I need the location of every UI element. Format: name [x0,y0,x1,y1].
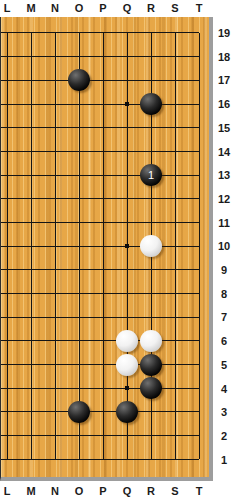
board-point-N3[interactable] [43,400,67,424]
board-point-S12[interactable] [163,187,187,211]
board-point-P12[interactable] [91,187,115,211]
board-point-N16[interactable] [43,92,67,116]
row-label-8: 8 [212,286,236,302]
board-point-N2[interactable] [43,424,67,448]
column-label-P-top: P [99,2,106,15]
board-point-O12[interactable] [67,187,91,211]
board-point-P13[interactable] [91,163,115,187]
board-point-N18[interactable] [43,45,67,69]
board-point-Q11[interactable] [115,211,139,235]
board-point-L18[interactable] [0,45,19,69]
board-point-L2[interactable] [0,424,19,448]
board-point-L11[interactable] [0,211,19,235]
board-point-P14[interactable] [91,140,115,164]
board-point-N4[interactable] [43,376,67,400]
board-point-R12[interactable] [139,187,163,211]
board-point-N17[interactable] [43,69,67,93]
row-label-11: 11 [212,215,236,231]
board-point-R9[interactable] [139,258,163,282]
board-point-T17[interactable] [187,69,211,93]
board-point-R1[interactable] [139,448,163,472]
board-point-Q7[interactable] [115,305,139,329]
board-point-Q15[interactable] [115,116,139,140]
column-label-Q-top: Q [123,2,132,15]
board-point-N15[interactable] [43,116,67,140]
board-point-Q12[interactable] [115,187,139,211]
board-point-M8[interactable] [19,282,43,306]
board-point-O14[interactable] [67,140,91,164]
board-point-L6[interactable] [0,329,19,353]
board-point-N10[interactable] [43,234,67,258]
board-point-Q14[interactable] [115,140,139,164]
board-point-T4[interactable] [187,376,211,400]
row-label-7: 7 [212,309,236,325]
row-label-2: 2 [212,428,236,444]
column-label-O-bottom: O [75,485,84,498]
board-point-Q1[interactable] [115,448,139,472]
column-label-S-bottom: S [171,485,178,498]
board-point-N1[interactable] [43,448,67,472]
board-point-Q17[interactable] [115,69,139,93]
board-point-M9[interactable] [19,258,43,282]
row-label-3: 3 [212,404,236,420]
move-number-label: 1 [148,170,154,181]
board-point-M12[interactable] [19,187,43,211]
board-point-L9[interactable] [0,258,19,282]
board-point-P1[interactable] [91,448,115,472]
board-grid: 1 [0,21,211,471]
go-board[interactable]: 1 [0,17,213,481]
board-point-O15[interactable] [67,116,91,140]
board-point-L19[interactable] [0,21,19,45]
board-point-T13[interactable] [187,163,211,187]
board-point-P16[interactable] [91,92,115,116]
board-point-N8[interactable] [43,282,67,306]
board-point-R17[interactable] [139,69,163,93]
board-point-N9[interactable] [43,258,67,282]
column-label-T-bottom: T [196,485,203,498]
board-point-M4[interactable] [19,376,43,400]
board-point-S5[interactable] [163,353,187,377]
board-point-N14[interactable] [43,140,67,164]
board-point-T15[interactable] [187,116,211,140]
board-point-N11[interactable] [43,211,67,235]
board-point-O8[interactable] [67,282,91,306]
board-point-P6[interactable] [91,329,115,353]
board-point-P9[interactable] [91,258,115,282]
board-point-S15[interactable] [163,116,187,140]
board-point-M6[interactable] [19,329,43,353]
column-label-Q-bottom: Q [123,485,132,498]
row-labels-right: 19181716151413121110987654321 [212,0,236,500]
board-point-S10[interactable] [163,234,187,258]
go-board-panel: LMNOPQRST 1 1918171615141312111098765432… [0,0,236,500]
board-point-O18[interactable] [67,45,91,69]
column-label-S-top: S [171,2,178,15]
column-labels-top: LMNOPQRST [0,0,236,17]
board-point-L8[interactable] [0,282,19,306]
board-point-L4[interactable] [0,376,19,400]
board-point-R2[interactable] [139,424,163,448]
board-point-P10[interactable] [91,234,115,258]
board-point-L15[interactable] [0,116,19,140]
board-point-M13[interactable] [19,163,43,187]
board-point-T18[interactable] [187,45,211,69]
board-point-Q13[interactable] [115,163,139,187]
column-label-L-bottom: L [4,485,11,498]
board-point-M15[interactable] [19,116,43,140]
board-point-P3[interactable] [91,400,115,424]
board-point-R19[interactable] [139,21,163,45]
board-point-T10[interactable] [187,234,211,258]
column-label-O-top: O [75,2,84,15]
column-label-N-top: N [51,2,59,15]
row-label-14: 14 [212,144,236,160]
board-point-S6[interactable] [163,329,187,353]
row-label-9: 9 [212,262,236,278]
board-point-M11[interactable] [19,211,43,235]
board-point-S17[interactable] [163,69,187,93]
board-point-R3[interactable] [139,400,163,424]
board-point-P5[interactable] [91,353,115,377]
board-point-R14[interactable] [139,140,163,164]
board-point-L13[interactable] [0,163,19,187]
board-point-P2[interactable] [91,424,115,448]
black-stone-R16 [140,93,162,115]
board-point-R7[interactable] [139,305,163,329]
board-point-P8[interactable] [91,282,115,306]
board-point-O1[interactable] [67,448,91,472]
board-point-M19[interactable] [19,21,43,45]
black-stone-R5 [140,354,162,376]
board-point-L14[interactable] [0,140,19,164]
board-point-L5[interactable] [0,353,19,377]
board-point-N7[interactable] [43,305,67,329]
column-label-M-top: M [26,2,35,15]
row-label-6: 6 [212,333,236,349]
row-label-12: 12 [212,191,236,207]
column-label-P-bottom: P [99,485,106,498]
board-point-Q2[interactable] [115,424,139,448]
board-point-T16[interactable] [187,92,211,116]
board-point-O10[interactable] [67,234,91,258]
board-point-P7[interactable] [91,305,115,329]
board-point-R8[interactable] [139,282,163,306]
row-label-10: 10 [212,238,236,254]
board-point-M17[interactable] [19,69,43,93]
board-point-S3[interactable] [163,400,187,424]
board-point-L16[interactable] [0,92,19,116]
board-point-S16[interactable] [163,92,187,116]
board-point-T11[interactable] [187,211,211,235]
board-point-S4[interactable] [163,376,187,400]
board-point-S14[interactable] [163,140,187,164]
row-label-19: 19 [212,25,236,41]
board-point-M7[interactable] [19,305,43,329]
board-point-P19[interactable] [91,21,115,45]
board-point-T7[interactable] [187,305,211,329]
board-point-O6[interactable] [67,329,91,353]
board-point-T19[interactable] [187,21,211,45]
board-point-O9[interactable] [67,258,91,282]
board-point-N12[interactable] [43,187,67,211]
board-point-Q18[interactable] [115,45,139,69]
board-point-L7[interactable] [0,305,19,329]
column-labels-bottom: LMNOPQRST [0,481,236,500]
column-label-T-top: T [196,2,203,15]
board-point-S2[interactable] [163,424,187,448]
board-point-N5[interactable] [43,353,67,377]
star-point-Q4 [125,386,129,390]
board-point-S18[interactable] [163,45,187,69]
board-point-O5[interactable] [67,353,91,377]
column-label-R-top: R [147,2,155,15]
column-label-L-top: L [4,2,11,15]
board-point-O13[interactable] [67,163,91,187]
board-point-Q8[interactable] [115,282,139,306]
board-point-T3[interactable] [187,400,211,424]
column-label-M-bottom: M [26,485,35,498]
board-point-N13[interactable] [43,163,67,187]
board-point-T2[interactable] [187,424,211,448]
star-point-Q10 [125,244,129,248]
board-point-M3[interactable] [19,400,43,424]
board-point-S19[interactable] [163,21,187,45]
board-point-S13[interactable] [163,163,187,187]
white-stone-R6 [140,330,162,352]
row-label-18: 18 [212,49,236,65]
board-point-P18[interactable] [91,45,115,69]
board-point-M1[interactable] [19,448,43,472]
row-label-1: 1 [212,452,236,468]
board-point-P11[interactable] [91,211,115,235]
white-stone-Q6 [116,330,138,352]
board-point-R18[interactable] [139,45,163,69]
board-point-L17[interactable] [0,69,19,93]
board-point-T6[interactable] [187,329,211,353]
board-point-N6[interactable] [43,329,67,353]
board-point-S9[interactable] [163,258,187,282]
black-stone-Q3 [116,401,138,423]
board-point-L1[interactable] [0,448,19,472]
board-point-T5[interactable] [187,353,211,377]
row-label-15: 15 [212,120,236,136]
board-point-T14[interactable] [187,140,211,164]
board-point-M14[interactable] [19,140,43,164]
board-point-T8[interactable] [187,282,211,306]
board-point-T12[interactable] [187,187,211,211]
board-point-O11[interactable] [67,211,91,235]
row-label-5: 5 [212,357,236,373]
white-stone-Q5 [116,354,138,376]
board-point-O2[interactable] [67,424,91,448]
row-label-16: 16 [212,96,236,112]
black-stone-O3 [68,401,90,423]
row-label-17: 17 [212,72,236,88]
board-point-T9[interactable] [187,258,211,282]
board-point-M10[interactable] [19,234,43,258]
board-point-M18[interactable] [19,45,43,69]
board-point-O16[interactable] [67,92,91,116]
board-point-S11[interactable] [163,211,187,235]
board-point-T1[interactable] [187,448,211,472]
board-point-S1[interactable] [163,448,187,472]
board-point-R15[interactable] [139,116,163,140]
star-point-Q16 [125,102,129,106]
board-point-P17[interactable] [91,69,115,93]
board-point-O7[interactable] [67,305,91,329]
row-label-4: 4 [212,381,236,397]
board-point-M5[interactable] [19,353,43,377]
board-point-S8[interactable] [163,282,187,306]
column-label-N-bottom: N [51,485,59,498]
board-point-M2[interactable] [19,424,43,448]
board-point-L10[interactable] [0,234,19,258]
board-point-P15[interactable] [91,116,115,140]
row-label-13: 13 [212,167,236,183]
board-point-N19[interactable] [43,21,67,45]
column-label-R-bottom: R [147,485,155,498]
board-point-L12[interactable] [0,187,19,211]
board-point-P4[interactable] [91,376,115,400]
board-point-S7[interactable] [163,305,187,329]
board-point-O19[interactable] [67,21,91,45]
board-point-Q19[interactable] [115,21,139,45]
board-point-R11[interactable] [139,211,163,235]
white-stone-R10 [140,235,162,257]
board-point-O4[interactable] [67,376,91,400]
board-point-Q9[interactable] [115,258,139,282]
board-point-L3[interactable] [0,400,19,424]
board-point-M16[interactable] [19,92,43,116]
black-stone-R13: 1 [140,164,162,186]
